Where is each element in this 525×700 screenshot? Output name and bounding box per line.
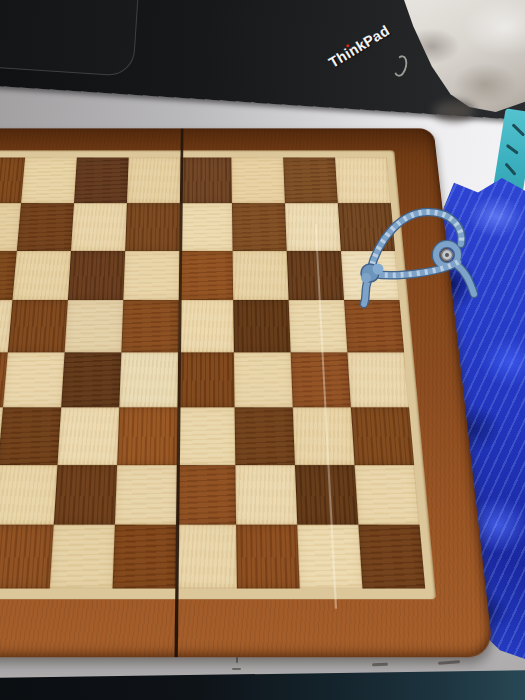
board-square-r6c2 bbox=[53, 465, 116, 525]
board-square-r7c2 bbox=[49, 525, 114, 589]
board-square-r4c1 bbox=[3, 352, 64, 407]
board-square-r4c4 bbox=[177, 352, 235, 407]
grommet-bead bbox=[442, 250, 453, 261]
card-scribble bbox=[505, 163, 517, 176]
board-square-r7c7 bbox=[359, 525, 426, 589]
desk-scratch bbox=[372, 663, 388, 666]
board-square-r0c4 bbox=[179, 157, 232, 202]
board-square-r4c7 bbox=[348, 352, 410, 407]
board-square-r6c5 bbox=[236, 465, 298, 525]
board-square-r5c1 bbox=[0, 407, 61, 464]
board-square-r2c3 bbox=[123, 250, 179, 300]
photo-scene: ThinkPad bbox=[0, 0, 525, 700]
board-square-r2c1 bbox=[12, 250, 70, 300]
touchpad bbox=[0, 0, 143, 77]
cord-knot bbox=[361, 264, 384, 284]
board-square-r1c3 bbox=[125, 203, 180, 251]
board-square-r7c4 bbox=[175, 525, 238, 589]
board-square-r3c5 bbox=[234, 300, 291, 352]
desk-scratch bbox=[438, 660, 460, 665]
board-square-r1c2 bbox=[71, 203, 127, 251]
desk-scratch bbox=[232, 668, 241, 670]
thinkpad-logo-text: ThinkPad bbox=[326, 22, 392, 71]
board-square-r5c5 bbox=[235, 407, 295, 464]
cord-loop bbox=[364, 212, 474, 304]
board-square-r3c1 bbox=[8, 300, 68, 352]
card-scribble bbox=[512, 123, 525, 136]
board-square-r6c7 bbox=[355, 465, 420, 525]
board-square-r2c2 bbox=[68, 250, 125, 300]
board-square-r3c2 bbox=[64, 300, 123, 352]
card-scribble bbox=[506, 144, 519, 154]
board-square-r4c3 bbox=[119, 352, 178, 407]
board-square-r1c5 bbox=[232, 203, 287, 251]
board-square-r0c3 bbox=[127, 157, 180, 202]
board-square-r0c1 bbox=[21, 157, 77, 202]
board-square-r4c2 bbox=[61, 352, 121, 407]
board-square-r6c3 bbox=[114, 465, 176, 525]
board-square-r1c1 bbox=[17, 203, 74, 251]
board-square-r6c4 bbox=[175, 465, 236, 525]
board-square-r7c5 bbox=[237, 525, 300, 589]
board-square-r5c3 bbox=[117, 407, 177, 464]
board-square-r5c4 bbox=[176, 407, 235, 464]
board-square-r0c7 bbox=[335, 157, 391, 202]
board-square-r5c2 bbox=[57, 407, 119, 464]
board-square-r7c1 bbox=[0, 525, 53, 589]
board-square-r2c4 bbox=[178, 250, 233, 300]
board-square-r0c6 bbox=[283, 157, 338, 202]
board-square-r3c3 bbox=[121, 300, 178, 352]
board-square-r4c5 bbox=[234, 352, 293, 407]
board-square-r0c2 bbox=[74, 157, 129, 202]
board-square-r1c4 bbox=[179, 203, 233, 251]
board-square-r6c1 bbox=[0, 465, 57, 525]
board-square-r5c7 bbox=[351, 407, 414, 464]
board-square-r0c5 bbox=[232, 157, 285, 202]
cord-svg bbox=[330, 198, 510, 330]
board-square-r3c4 bbox=[178, 300, 235, 352]
board-square-r2c5 bbox=[233, 250, 289, 300]
towel-shadow bbox=[433, 101, 475, 121]
board-square-r7c3 bbox=[112, 525, 175, 589]
